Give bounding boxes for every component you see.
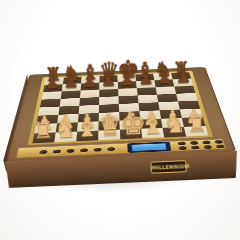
piece-white-knight[interactable]: ♞ [53, 108, 76, 142]
square-a7[interactable]: ♟ [43, 84, 63, 92]
black-pawn-glyph: ♟ [44, 74, 60, 92]
piece-black-pawn[interactable]: ♟ [98, 60, 118, 89]
white-rook-glyph: ♜ [186, 112, 208, 136]
board-tilt-wrapper: ♜♞♝♛♚♝♞♜♟♟♟♟♟♟♟♟♟♟♟♟♟♟♟♟♜♞♝♛♚♝♞♜ MILLENN… [0, 0, 240, 240]
square-d1[interactable]: ♛ [98, 130, 120, 141]
piece-black-pawn[interactable]: ♟ [136, 59, 156, 88]
piece-black-pawn[interactable]: ♟ [42, 63, 62, 92]
square-c1[interactable]: ♝ [76, 131, 98, 142]
square-c7[interactable]: ♟ [81, 83, 100, 91]
piece-black-pawn[interactable]: ♟ [154, 58, 174, 87]
square-b7[interactable]: ♟ [62, 84, 81, 92]
piece-black-pawn[interactable]: ♟ [117, 60, 137, 89]
piece-black-pawn[interactable]: ♟ [79, 61, 99, 90]
square-a1[interactable]: ♜ [32, 133, 55, 144]
piece-white-rook[interactable]: ♜ [185, 102, 208, 136]
square-e1[interactable]: ♚ [120, 129, 142, 140]
square-b1[interactable]: ♞ [54, 132, 77, 143]
piece-black-pawn[interactable]: ♟ [173, 57, 193, 86]
square-d7[interactable]: ♟ [99, 82, 118, 90]
piece-white-queen[interactable]: ♛ [97, 106, 120, 140]
square-g1[interactable]: ♞ [163, 127, 187, 137]
white-rook-glyph: ♜ [32, 119, 54, 143]
product-photo-stage: ♜♞♝♛♚♝♞♜♟♟♟♟♟♟♟♟♟♟♟♟♟♟♟♟♜♞♝♛♚♝♞♜ MILLENN… [0, 0, 240, 240]
piece-white-rook[interactable]: ♜ [31, 109, 54, 143]
piece-black-pawn[interactable]: ♟ [61, 62, 81, 91]
black-pawn-glyph: ♟ [157, 69, 173, 87]
black-pawn-glyph: ♟ [100, 72, 116, 90]
white-knight-glyph: ♞ [163, 112, 186, 137]
piece-white-bishop[interactable]: ♝ [141, 104, 164, 138]
white-knight-glyph: ♞ [54, 117, 77, 142]
piece-white-king[interactable]: ♚ [119, 105, 142, 139]
black-pawn-glyph: ♟ [82, 73, 98, 91]
piece-white-bishop[interactable]: ♝ [75, 107, 98, 141]
black-pawn-glyph: ♟ [119, 71, 135, 89]
brand-plate: MILLENNIUM [151, 161, 185, 172]
white-bishop-glyph: ♝ [141, 112, 165, 138]
black-pawn-glyph: ♟ [63, 73, 79, 91]
chess-computer-board: ♜♞♝♛♚♝♞♜♟♟♟♟♟♟♟♟♟♟♟♟♟♟♟♟♜♞♝♛♚♝♞♜ [5, 67, 236, 162]
chess-board-grid: ♜♞♝♛♚♝♞♜♟♟♟♟♟♟♟♟♟♟♟♟♟♟♟♟♜♞♝♛♚♝♞♜ [32, 72, 208, 143]
white-bishop-glyph: ♝ [75, 115, 99, 141]
black-pawn-glyph: ♟ [138, 70, 154, 88]
piece-white-knight[interactable]: ♞ [163, 103, 186, 137]
square-g7[interactable]: ♟ [154, 80, 174, 88]
square-f7[interactable]: ♟ [136, 80, 156, 88]
square-h7[interactable]: ♟ [173, 79, 193, 87]
panel-left-button-4[interactable] [80, 148, 88, 152]
square-f1[interactable]: ♝ [141, 128, 164, 138]
square-e7[interactable]: ♟ [118, 81, 137, 89]
square-h1[interactable]: ♜ [184, 126, 208, 136]
black-pawn-glyph: ♟ [175, 69, 191, 87]
